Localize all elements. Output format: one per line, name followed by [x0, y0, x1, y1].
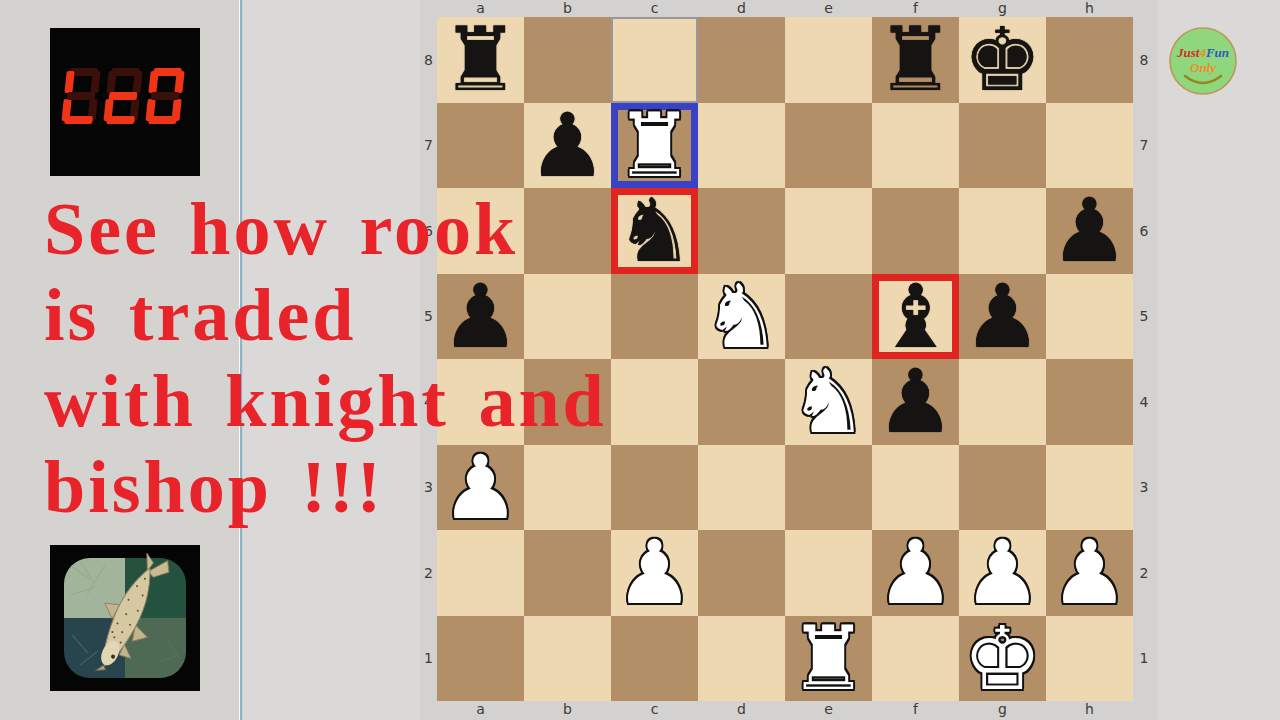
j4f-just: Just [1176, 45, 1200, 60]
square-f4[interactable]: ♟ [872, 359, 959, 445]
caption-line: bishop !!! [44, 444, 607, 530]
square-f6[interactable] [872, 188, 959, 274]
rank-label: 8 [420, 17, 437, 103]
square-g5[interactable]: ♟ [959, 274, 1046, 360]
square-f3[interactable] [872, 445, 959, 531]
square-h7[interactable] [1046, 103, 1133, 189]
j4f-only: Only [1190, 60, 1216, 75]
file-label: a [437, 0, 524, 17]
square-g7[interactable] [959, 103, 1046, 189]
lc0-seven-segment-icon [50, 28, 200, 176]
file-label: e [785, 0, 872, 17]
square-g3[interactable] [959, 445, 1046, 531]
piece-wp: ♟ [876, 530, 955, 615]
piece-wp: ♟ [963, 530, 1042, 615]
square-f8[interactable]: ♜ [872, 17, 959, 103]
square-d3[interactable] [698, 445, 785, 531]
caption-line: See how rook [44, 186, 607, 272]
caption-line: with knight and [44, 358, 607, 444]
square-e1[interactable]: ♜ [785, 616, 872, 702]
rank-label: 5 [1131, 274, 1157, 360]
square-d4[interactable] [698, 359, 785, 445]
square-g6[interactable] [959, 188, 1046, 274]
rank-labels-right: 87654321 [1131, 17, 1157, 701]
rank-label: 6 [1131, 188, 1157, 274]
square-c5[interactable] [611, 274, 698, 360]
piece-br: ♜ [876, 17, 955, 102]
rank-label: 4 [1131, 359, 1157, 445]
rank-label: 7 [420, 103, 437, 189]
square-e3[interactable] [785, 445, 872, 531]
square-d2[interactable] [698, 530, 785, 616]
piece-bp: ♟ [528, 103, 607, 188]
piece-wr: ♜ [615, 103, 694, 188]
square-b2[interactable] [524, 530, 611, 616]
square-e6[interactable] [785, 188, 872, 274]
stockfish-engine-logo [50, 545, 200, 691]
piece-bb: ♝ [876, 274, 955, 359]
square-h5[interactable] [1046, 274, 1133, 360]
square-g1[interactable]: ♚ [959, 616, 1046, 702]
piece-wp: ♟ [615, 530, 694, 615]
file-label: g [959, 701, 1046, 720]
square-f1[interactable] [872, 616, 959, 702]
piece-wk: ♚ [963, 616, 1042, 701]
square-d6[interactable] [698, 188, 785, 274]
square-a8[interactable]: ♜ [437, 17, 524, 103]
file-label: d [698, 701, 785, 720]
piece-wp: ♟ [1050, 530, 1129, 615]
file-label: h [1046, 701, 1133, 720]
lc0-engine-logo [50, 28, 200, 176]
rank-label: 1 [420, 616, 437, 702]
square-e2[interactable] [785, 530, 872, 616]
square-d1[interactable] [698, 616, 785, 702]
rank-label: 2 [420, 530, 437, 616]
square-e7[interactable] [785, 103, 872, 189]
piece-wr: ♜ [789, 616, 868, 701]
piece-wn: ♞ [789, 359, 868, 444]
file-label: e [785, 701, 872, 720]
piece-bk: ♚ [963, 17, 1042, 102]
square-g4[interactable] [959, 359, 1046, 445]
just4fun-badge: Just4Fun Only [1168, 26, 1238, 100]
square-c2[interactable]: ♟ [611, 530, 698, 616]
square-h8[interactable] [1046, 17, 1133, 103]
piece-bp: ♟ [1050, 188, 1129, 273]
file-label: g [959, 0, 1046, 17]
square-e5[interactable] [785, 274, 872, 360]
file-label: d [698, 0, 785, 17]
square-d7[interactable] [698, 103, 785, 189]
file-labels-bottom: abcdefgh [437, 701, 1133, 720]
square-h2[interactable]: ♟ [1046, 530, 1133, 616]
piece-wn: ♞ [702, 274, 781, 359]
caption-line: is traded [44, 272, 607, 358]
square-c3[interactable] [611, 445, 698, 531]
square-h1[interactable] [1046, 616, 1133, 702]
square-e4[interactable]: ♞ [785, 359, 872, 445]
file-label: f [872, 701, 959, 720]
file-label: b [524, 0, 611, 17]
square-c7[interactable]: ♜ [611, 103, 698, 189]
rank-label: 8 [1131, 17, 1157, 103]
rank-label: 7 [1131, 103, 1157, 189]
square-g8[interactable]: ♚ [959, 17, 1046, 103]
rank-label: 1 [1131, 616, 1157, 702]
piece-bp: ♟ [876, 359, 955, 444]
j4f-fun: Fun [1205, 45, 1229, 60]
file-label: a [437, 701, 524, 720]
file-label: b [524, 701, 611, 720]
square-h6[interactable]: ♟ [1046, 188, 1133, 274]
stockfish-fish-icon [50, 545, 200, 691]
square-f7[interactable] [872, 103, 959, 189]
file-label: h [1046, 0, 1133, 17]
square-f2[interactable]: ♟ [872, 530, 959, 616]
square-d5[interactable]: ♞ [698, 274, 785, 360]
piece-bp: ♟ [963, 274, 1042, 359]
square-d8[interactable] [698, 17, 785, 103]
piece-bn: ♞ [615, 188, 694, 273]
video-frame: abcdefgh 87654321 ♜♜♚♟♜♞♟♟♞♝♟♞♟♟♟♟♟♟♜♚ 8… [0, 0, 1280, 720]
square-b1[interactable] [524, 616, 611, 702]
svg-text:Just4Fun: Just4Fun [1176, 45, 1229, 60]
square-f5[interactable]: ♝ [872, 274, 959, 360]
square-g2[interactable]: ♟ [959, 530, 1046, 616]
square-a7[interactable] [437, 103, 524, 189]
just4fun-circle-icon: Just4Fun Only [1168, 26, 1238, 96]
square-h4[interactable] [1046, 359, 1133, 445]
square-c1[interactable] [611, 616, 698, 702]
piece-br: ♜ [441, 17, 520, 102]
rank-label: 3 [1131, 445, 1157, 531]
file-label: c [611, 701, 698, 720]
square-b7[interactable]: ♟ [524, 103, 611, 189]
square-c8[interactable] [611, 17, 698, 103]
square-c6[interactable]: ♞ [611, 188, 698, 274]
square-b8[interactable] [524, 17, 611, 103]
square-h3[interactable] [1046, 445, 1133, 531]
file-label: c [611, 0, 698, 17]
file-label: f [872, 0, 959, 17]
caption-overlay: See how rook is traded with knight and b… [44, 186, 607, 530]
rank-label: 2 [1131, 530, 1157, 616]
square-a2[interactable] [437, 530, 524, 616]
square-a1[interactable] [437, 616, 524, 702]
square-c4[interactable] [611, 359, 698, 445]
file-labels-top: abcdefgh [437, 0, 1133, 17]
square-e8[interactable] [785, 17, 872, 103]
